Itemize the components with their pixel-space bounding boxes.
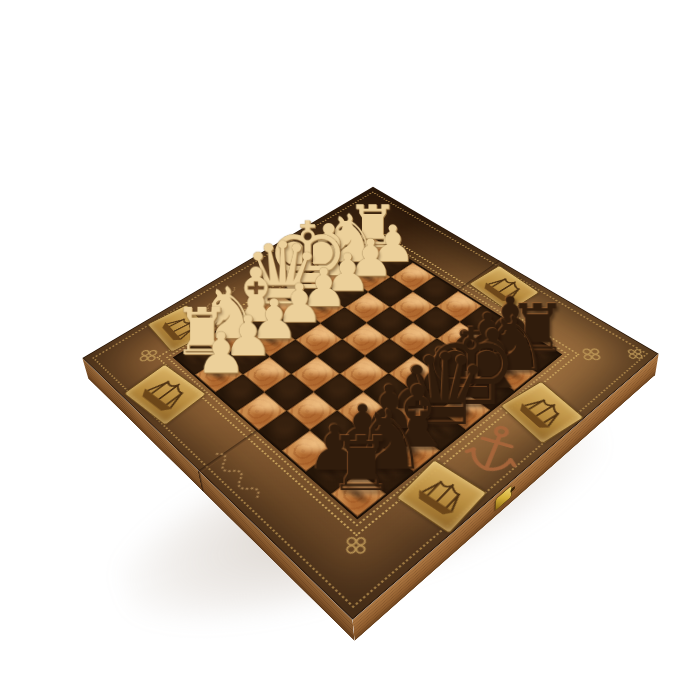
- scene: ♜♞♝♛♚♝♞♜♟♟♟♟♟♟♟♟♟♟♟♟♟♟♟♟♜♞♝♛♚♝♞♜: [0, 0, 700, 700]
- chess-board: ♜♞♝♛♚♝♞♜♟♟♟♟♟♟♟♟♟♟♟♟♟♟♟♟♜♞♝♛♚♝♞♜: [82, 187, 658, 620]
- product-photo: ♜♞♝♛♚♝♞♜♟♟♟♟♟♟♟♟♟♟♟♟♟♟♟♟♜♞♝♛♚♝♞♜: [0, 0, 700, 700]
